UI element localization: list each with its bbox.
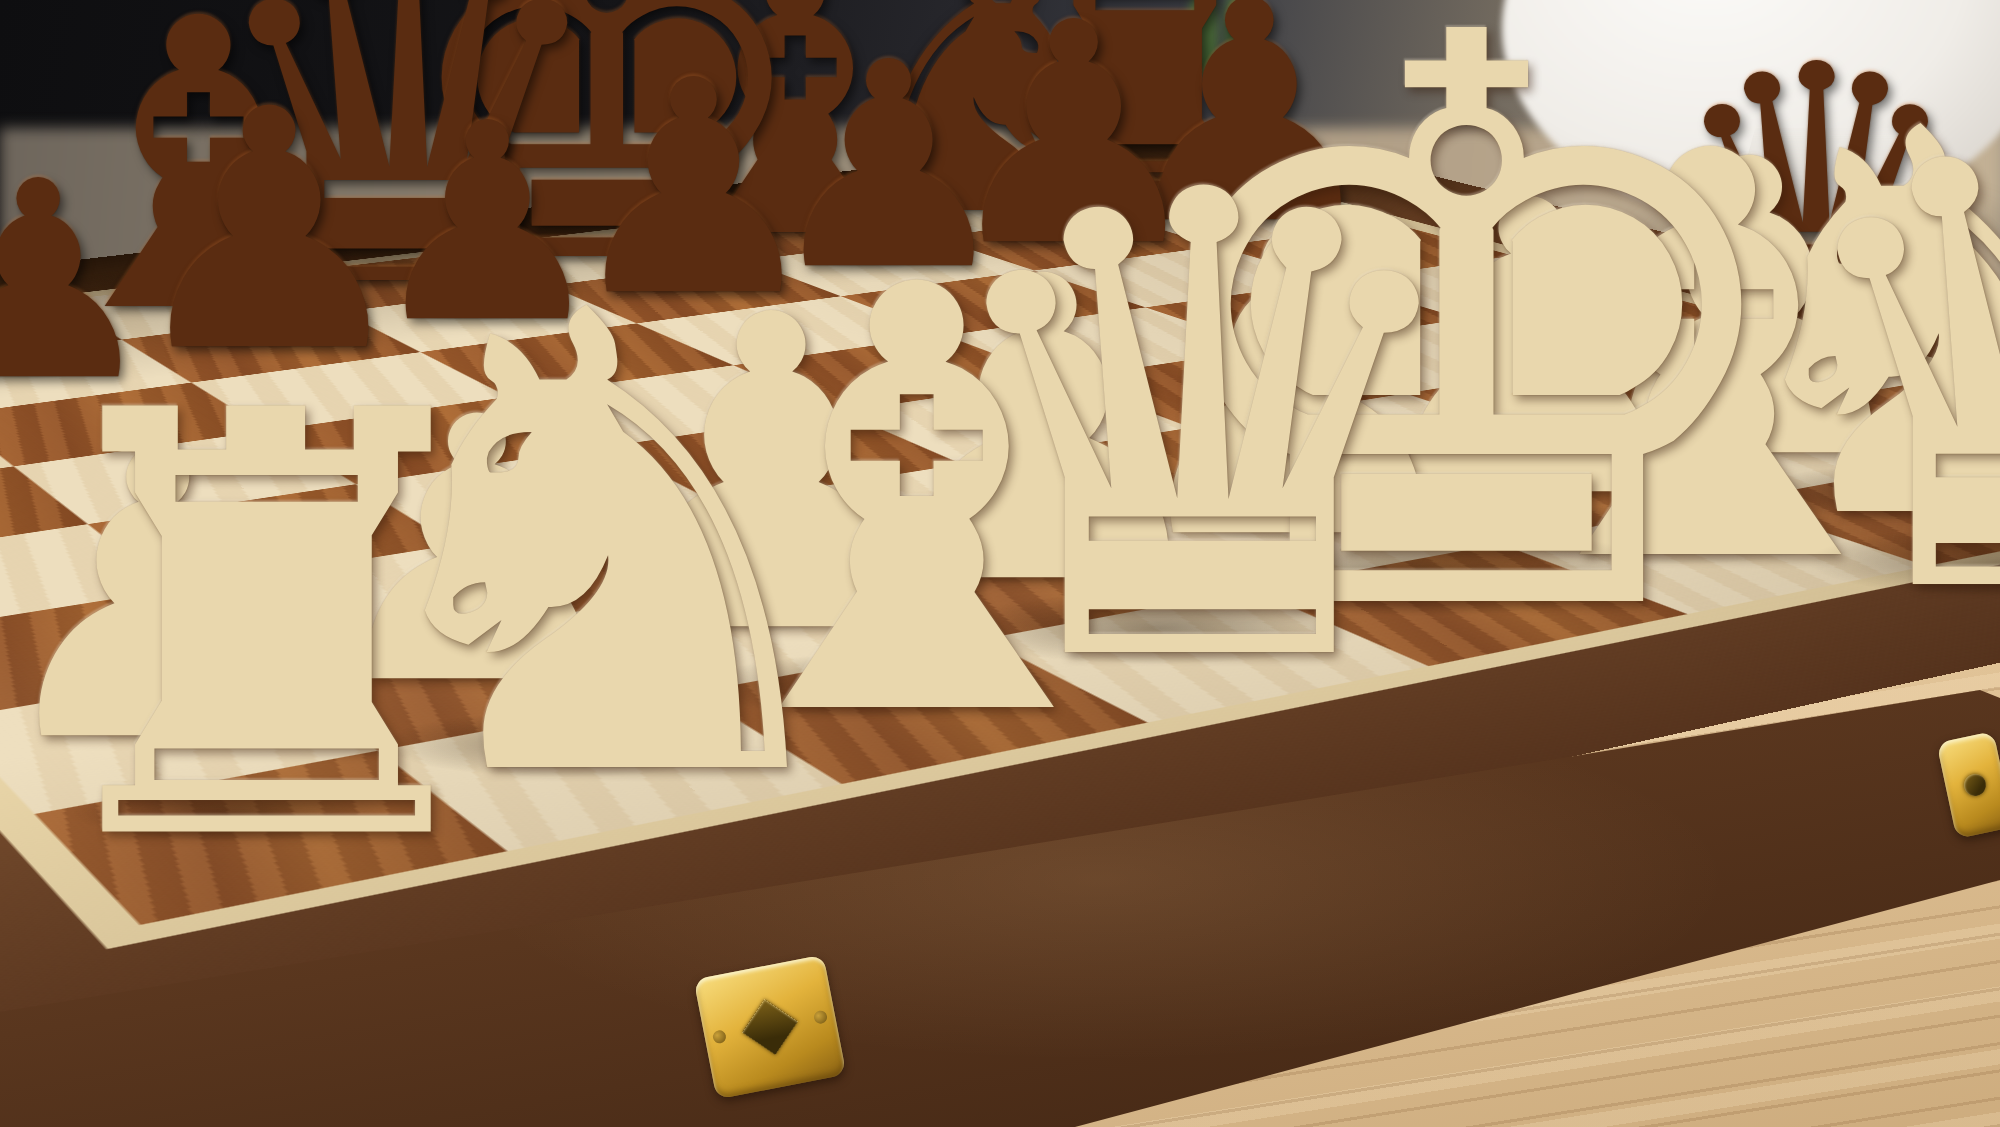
white-queen-spare[interactable]: ♛ [1852, 155, 2000, 585]
chess-photo-scene: ♝♛♚♝♞♜♟♟♟♟♟♟♟♜♞♝♛♚♝♞♟♟♟♟♟♟♟♛♛ [0, 0, 2000, 1127]
pieces-layer: ♝♛♚♝♞♜♟♟♟♟♟♟♟♜♞♝♛♚♝♞♟♟♟♟♟♟♟♛♛ [0, 0, 2000, 1127]
rook-glyph: ♜ [5, 290, 528, 969]
white-rook-a1[interactable]: ♜ [109, 482, 424, 832]
